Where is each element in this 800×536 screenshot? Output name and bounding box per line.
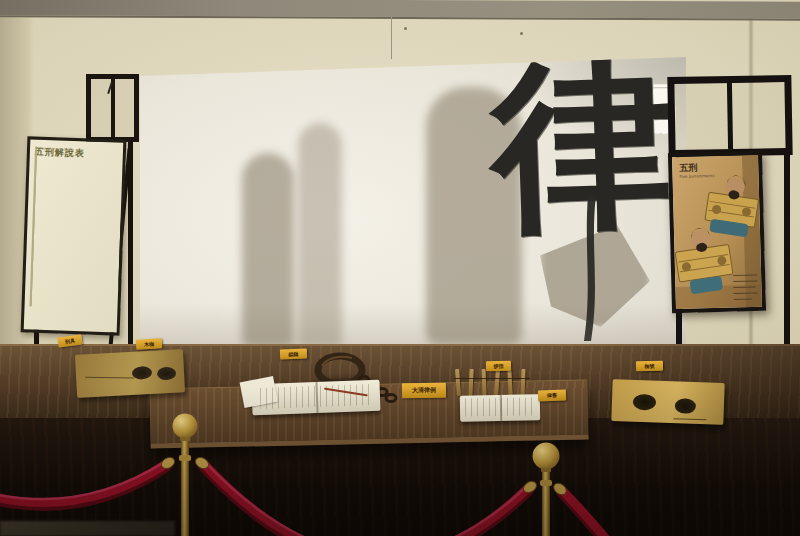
artifact-label: 木枷 [136,338,163,350]
calligraphy-panel: 凡命案件按律不應擬 長隨擬軍向有人居住 死罪應擬流和姦婦因姦 不立望竿因而致死並… [140,57,686,349]
press-stick [482,369,487,396]
press-stick [494,369,500,396]
artifact-label: 鎖鏈 [280,349,307,360]
cangue-neck-hole [674,398,696,414]
painting-title: 五刑 [679,162,697,172]
artifact-label: 大清律例 [402,383,446,399]
left-stand-window-frame [86,74,139,142]
floor [0,521,175,536]
cangue-crack [85,376,134,378]
open-law-book [460,394,540,421]
book-gutter [500,395,502,421]
window-divider [727,83,733,149]
press-cord [454,378,530,379]
artifact-label: 枷號 [636,361,663,371]
wall-nail [520,32,523,35]
panel-bottom-shadow [140,303,686,349]
museum-exhibit-photo: 凡命案件按律不應擬 長隨擬軍向有人居住 死罪應擬流和姦婦因姦 不立望竿因而致死並… [0,0,800,536]
open-law-book [251,380,380,415]
painting-subtitle: Five punishments [679,173,714,179]
cangue-neck-hole [633,394,657,411]
right-stand-leg [784,150,790,356]
wooden-cangue-right [611,379,724,425]
right-stand-window-frame [667,75,792,157]
cangue-crack [673,418,707,420]
press-stick [455,369,461,396]
big-law-character: 律 [488,46,695,263]
wall-nail [404,27,407,30]
punishment-chart-board: 五刑解說表 5 punishment table [21,136,127,335]
artifact-label: 律書 [538,390,566,402]
chart-table-grid [30,149,38,307]
cangue-painting: 五刑 Five punishments [668,151,766,313]
press-stick [507,369,512,396]
cangue-neck-hole [132,365,153,379]
press-stick [521,369,526,396]
press-stick [468,369,473,396]
artifact-label: 拶指 [486,361,511,371]
cangue-neck-hole [157,367,177,381]
wooden-cangue-left [75,349,185,398]
hanging-wire [391,15,392,59]
ceiling [0,0,800,21]
